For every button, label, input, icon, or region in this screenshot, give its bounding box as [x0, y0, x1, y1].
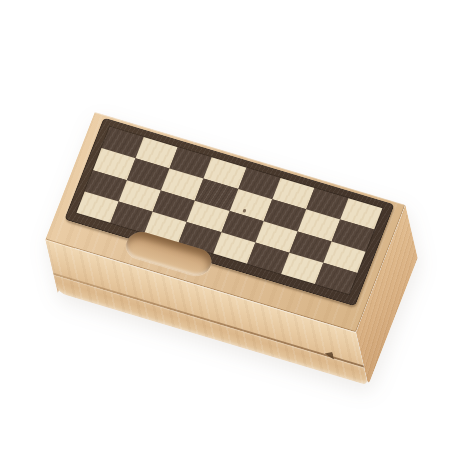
chess-box: [0, 0, 450, 450]
product-photo-stage: [0, 0, 450, 450]
